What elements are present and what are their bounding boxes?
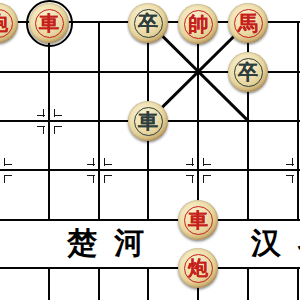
piece-glyph-馬: 馬 — [238, 13, 258, 33]
point-mark-2-v2 — [93, 175, 95, 183]
river-label-2: 汉 — [249, 226, 283, 260]
piece-glyph-車: 車 — [138, 111, 158, 131]
rank-line-5 — [0, 267, 300, 270]
point-mark-2-v0 — [104, 175, 106, 183]
piece-black-chariot[interactable]: 車 — [128, 101, 168, 141]
point-mark-3-v3 — [192, 158, 194, 166]
point-mark-3-v0 — [203, 175, 205, 183]
point-mark-0-v1 — [54, 109, 56, 117]
file-line-2-bottom — [98, 267, 101, 300]
rank-line-3 — [0, 169, 300, 172]
file-line-4-top — [197, 21, 200, 222]
point-mark-2-v3 — [93, 158, 95, 166]
point-mark-1-v0 — [4, 175, 6, 183]
piece-black-soldier-b[interactable]: 卒 — [228, 52, 268, 92]
file-line-5-bottom — [247, 267, 250, 300]
piece-glyph-卒: 卒 — [238, 62, 258, 82]
piece-glyph-卒: 卒 — [138, 13, 158, 33]
piece-red-horse[interactable]: 馬 — [228, 3, 268, 43]
piece-glyph-車: 車 — [39, 13, 59, 33]
rank-line-4 — [0, 219, 300, 222]
piece-glyph-炮: 炮 — [188, 258, 208, 278]
piece-red-cannon-a[interactable]: 炮 — [0, 3, 18, 43]
xiangqi-board[interactable]: 楚河汉界炮車卒帥馬卒車車炮 — [0, 0, 300, 300]
file-line-1-bottom — [48, 267, 51, 300]
point-mark-0-v0 — [54, 126, 56, 134]
file-line-2-top — [98, 21, 101, 222]
piece-red-general[interactable]: 帥 — [178, 4, 218, 44]
river-label-3: 界 — [296, 226, 300, 260]
file-line-6-top — [297, 21, 300, 222]
point-mark-1-v1 — [4, 158, 6, 166]
river-label-1: 河 — [112, 226, 146, 260]
point-mark-4-v3 — [292, 158, 294, 166]
point-mark-3-v2 — [192, 175, 194, 183]
point-mark-0-v2 — [43, 126, 45, 134]
file-line-1-top — [48, 21, 51, 222]
piece-glyph-車: 車 — [188, 210, 208, 230]
point-mark-3-v1 — [203, 158, 205, 166]
point-mark-4-v2 — [292, 175, 294, 183]
piece-glyph-帥: 帥 — [188, 14, 208, 34]
piece-black-soldier-a[interactable]: 卒 — [128, 3, 168, 43]
piece-glyph-炮: 炮 — [0, 13, 8, 33]
piece-red-chariot-b[interactable]: 車 — [178, 200, 218, 240]
file-line-3-bottom — [147, 267, 150, 300]
river-label-0: 楚 — [65, 226, 99, 260]
point-mark-0-v3 — [43, 109, 45, 117]
file-line-6-bottom — [297, 267, 300, 300]
point-mark-2-v1 — [104, 158, 106, 166]
piece-red-cannon-b[interactable]: 炮 — [178, 248, 218, 288]
piece-red-chariot-a[interactable]: 車 — [29, 3, 69, 43]
